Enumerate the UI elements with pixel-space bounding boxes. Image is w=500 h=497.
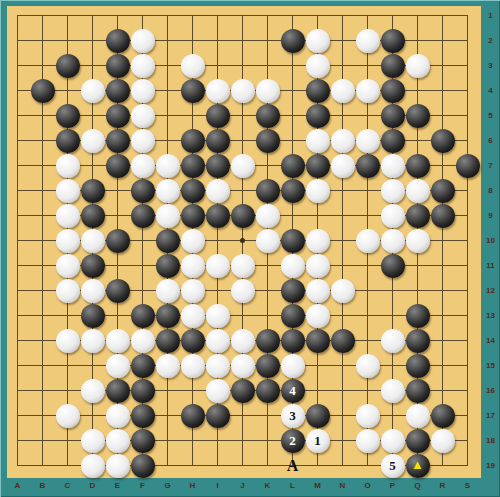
board-point[interactable] [5,78,30,103]
board-point[interactable] [180,428,205,453]
board-point[interactable] [55,253,80,278]
board-point[interactable] [430,253,455,278]
board-point[interactable] [405,278,430,303]
board-point[interactable] [255,228,280,253]
board-point[interactable] [130,353,155,378]
board-point[interactable] [455,328,480,353]
board-point[interactable] [455,3,480,28]
board-point[interactable] [230,153,255,178]
board-point[interactable] [455,153,480,178]
board-point[interactable] [30,253,55,278]
board-point[interactable] [80,128,105,153]
board-point[interactable] [80,3,105,28]
board-point[interactable] [230,303,255,328]
board-point[interactable] [380,403,405,428]
board-point[interactable] [380,78,405,103]
board-point[interactable] [455,303,480,328]
board-point[interactable] [305,253,330,278]
board-point[interactable] [430,453,455,478]
board-point[interactable] [5,378,30,403]
board-point[interactable] [30,453,55,478]
board-point[interactable] [130,278,155,303]
board-point[interactable]: ▲ [405,453,430,478]
board-point[interactable] [305,203,330,228]
board-point[interactable] [455,428,480,453]
board-point[interactable] [105,53,130,78]
board-point[interactable] [80,103,105,128]
board-point[interactable] [255,328,280,353]
board-point[interactable] [130,303,155,328]
board-point[interactable] [230,78,255,103]
board-point[interactable] [5,3,30,28]
board-point[interactable] [205,403,230,428]
board-point[interactable] [205,128,230,153]
board-point[interactable] [455,278,480,303]
board-point[interactable] [405,178,430,203]
board-point[interactable] [155,3,180,28]
board-point[interactable] [130,328,155,353]
board-point[interactable] [55,178,80,203]
board-point[interactable] [80,378,105,403]
board-point[interactable] [55,228,80,253]
board-point[interactable] [230,328,255,353]
board-point[interactable] [180,328,205,353]
board-point[interactable] [155,428,180,453]
board-point[interactable] [330,428,355,453]
board-point[interactable] [5,153,30,178]
board-point[interactable]: 3 [280,403,305,428]
board-point[interactable] [30,278,55,303]
board-point[interactable] [380,278,405,303]
board-point[interactable] [5,403,30,428]
board-point[interactable] [5,328,30,353]
board-point[interactable] [105,103,130,128]
board-point[interactable] [380,228,405,253]
board-point[interactable] [130,403,155,428]
board-point[interactable] [130,78,155,103]
board-point[interactable] [180,253,205,278]
board-point[interactable] [105,428,130,453]
board-point[interactable] [330,253,355,278]
board-point[interactable] [305,228,330,253]
board-point[interactable] [305,378,330,403]
board-point[interactable] [105,253,130,278]
board-point[interactable] [30,178,55,203]
board-point[interactable] [180,103,205,128]
board-point[interactable] [430,428,455,453]
board-point[interactable] [255,178,280,203]
board-point[interactable] [5,303,30,328]
board-point[interactable] [155,78,180,103]
board-point[interactable] [280,328,305,353]
board-point[interactable] [455,78,480,103]
board-point[interactable] [455,403,480,428]
board-point[interactable] [305,303,330,328]
board-point[interactable] [80,403,105,428]
board-point[interactable] [305,3,330,28]
board-point[interactable] [330,128,355,153]
board-point[interactable] [55,53,80,78]
board-point[interactable] [180,78,205,103]
board-point[interactable] [430,203,455,228]
board-point[interactable] [5,278,30,303]
board-point[interactable] [455,53,480,78]
board-point[interactable] [130,53,155,78]
board-point[interactable] [380,3,405,28]
board-point[interactable] [130,178,155,203]
board-point[interactable] [30,328,55,353]
board-point[interactable] [155,328,180,353]
board-point[interactable] [180,153,205,178]
board-point[interactable] [155,103,180,128]
board-point[interactable] [155,303,180,328]
board-point[interactable] [155,53,180,78]
board-point[interactable] [380,203,405,228]
board-point[interactable] [5,103,30,128]
board-point[interactable] [405,53,430,78]
board-point[interactable] [130,153,155,178]
board-point[interactable] [330,228,355,253]
board-point[interactable] [130,253,155,278]
board-point[interactable] [405,328,430,353]
board-point[interactable] [355,153,380,178]
board-point[interactable] [5,253,30,278]
board-point[interactable] [380,178,405,203]
board-point[interactable] [280,103,305,128]
board-point[interactable] [330,278,355,303]
board-point[interactable] [330,328,355,353]
board-point[interactable] [130,428,155,453]
board-point[interactable] [105,403,130,428]
board-point[interactable] [430,353,455,378]
board-point[interactable] [380,53,405,78]
board-point[interactable] [380,253,405,278]
board-point[interactable] [255,3,280,28]
board-point[interactable] [330,28,355,53]
board-point[interactable] [405,303,430,328]
board-point[interactable] [330,103,355,128]
board-point[interactable] [330,78,355,103]
board-point[interactable] [55,403,80,428]
board-point[interactable] [380,28,405,53]
board-point[interactable] [55,78,80,103]
board-point[interactable] [155,203,180,228]
board-point[interactable]: A [280,453,305,478]
board-point[interactable] [280,228,305,253]
board-point[interactable] [80,78,105,103]
board-point[interactable] [180,353,205,378]
board-point[interactable] [180,203,205,228]
board-point[interactable] [230,278,255,303]
board-point[interactable] [80,353,105,378]
board-point[interactable] [155,253,180,278]
board-point[interactable] [55,203,80,228]
board-point[interactable] [280,78,305,103]
board-point[interactable] [280,53,305,78]
board-point[interactable] [155,353,180,378]
board-point[interactable] [330,403,355,428]
board-point[interactable] [30,228,55,253]
board-point[interactable] [55,303,80,328]
board-point[interactable] [255,278,280,303]
board-point[interactable] [305,103,330,128]
board-point[interactable] [180,378,205,403]
board-point[interactable] [80,178,105,203]
board-point[interactable] [5,353,30,378]
board-point[interactable] [405,353,430,378]
board-point[interactable] [205,153,230,178]
board-point[interactable] [355,378,380,403]
board-point[interactable] [155,28,180,53]
board-point[interactable] [30,103,55,128]
board-point[interactable] [155,228,180,253]
board-point[interactable] [280,303,305,328]
board-point[interactable] [105,78,130,103]
board-point[interactable] [355,453,380,478]
board-point[interactable] [105,378,130,403]
board-point[interactable] [255,303,280,328]
board-point[interactable] [180,178,205,203]
board-point[interactable] [80,28,105,53]
board-point[interactable] [255,203,280,228]
board-point[interactable] [405,403,430,428]
board-point[interactable] [255,103,280,128]
board-point[interactable] [180,403,205,428]
board-point[interactable] [405,428,430,453]
board-point[interactable] [355,78,380,103]
board-point[interactable] [305,153,330,178]
board-point[interactable] [155,278,180,303]
board-point[interactable] [430,328,455,353]
board-point[interactable] [430,178,455,203]
board-point[interactable] [205,203,230,228]
board-point[interactable] [80,253,105,278]
board-point[interactable]: 1 [305,428,330,453]
board-point[interactable] [280,28,305,53]
board-point[interactable] [230,378,255,403]
board-point[interactable] [305,328,330,353]
board-point[interactable] [305,453,330,478]
board-point[interactable] [205,178,230,203]
board-point[interactable] [30,378,55,403]
board-point[interactable] [430,28,455,53]
board-point[interactable] [205,278,230,303]
board-point[interactable] [230,403,255,428]
board-point[interactable] [80,53,105,78]
board-point[interactable] [255,428,280,453]
board-point[interactable] [330,3,355,28]
board-point[interactable] [155,403,180,428]
board-point[interactable] [355,353,380,378]
board-point[interactable] [355,3,380,28]
board-point[interactable] [105,228,130,253]
board-point[interactable] [405,378,430,403]
board-point[interactable] [355,403,380,428]
board-point[interactable] [355,128,380,153]
board-point[interactable] [380,328,405,353]
board-point[interactable] [280,203,305,228]
board-point[interactable] [30,303,55,328]
board-point[interactable] [80,153,105,178]
board-point[interactable] [105,328,130,353]
board-point[interactable] [105,28,130,53]
board-point[interactable] [55,128,80,153]
board-point[interactable] [255,28,280,53]
board-point[interactable] [105,203,130,228]
board-point[interactable] [55,453,80,478]
board-point[interactable] [330,53,355,78]
board-point[interactable] [155,378,180,403]
board-point[interactable] [55,153,80,178]
board-point[interactable] [230,3,255,28]
board-point[interactable] [230,53,255,78]
board-point[interactable] [80,228,105,253]
board-point[interactable] [280,128,305,153]
board-point[interactable] [80,453,105,478]
board-point[interactable] [205,103,230,128]
board-point[interactable] [380,428,405,453]
board-point[interactable] [455,203,480,228]
board-point[interactable] [130,28,155,53]
board-point[interactable] [430,278,455,303]
board-point[interactable] [180,228,205,253]
board-point[interactable] [55,278,80,303]
board-point[interactable] [180,278,205,303]
board-point[interactable] [205,3,230,28]
board-point[interactable] [430,153,455,178]
board-point[interactable] [5,428,30,453]
board-point[interactable] [455,378,480,403]
board-point[interactable] [455,253,480,278]
board-point[interactable] [405,3,430,28]
board-point[interactable] [355,28,380,53]
board-point[interactable] [230,178,255,203]
board-point[interactable] [80,328,105,353]
board-point[interactable] [205,78,230,103]
board-point[interactable] [130,453,155,478]
board-point[interactable] [280,3,305,28]
board-point[interactable] [430,403,455,428]
board-point[interactable] [5,453,30,478]
board-point[interactable] [105,178,130,203]
board-point[interactable] [355,428,380,453]
board-point[interactable] [80,428,105,453]
board-point[interactable] [55,428,80,453]
board-point[interactable] [305,278,330,303]
board-point[interactable] [330,353,355,378]
board-point[interactable] [55,328,80,353]
board-point[interactable] [280,278,305,303]
board-point[interactable] [155,128,180,153]
board-point[interactable]: 4 [280,378,305,403]
board-point[interactable] [230,353,255,378]
board-point[interactable] [130,3,155,28]
board-point[interactable] [405,103,430,128]
board-point[interactable] [430,378,455,403]
board-point[interactable] [205,328,230,353]
board-point[interactable] [30,203,55,228]
board-point[interactable] [105,3,130,28]
board-point[interactable] [205,228,230,253]
board-point[interactable] [80,278,105,303]
board-point[interactable] [30,28,55,53]
board-point[interactable] [230,103,255,128]
board-point[interactable] [305,128,330,153]
board-point[interactable] [205,28,230,53]
board-point[interactable] [355,278,380,303]
board-point[interactable] [230,253,255,278]
board-point[interactable] [255,78,280,103]
board-point[interactable] [305,28,330,53]
board-point[interactable] [230,428,255,453]
board-point[interactable] [355,228,380,253]
board-point[interactable] [105,128,130,153]
board-point[interactable] [30,78,55,103]
board-point[interactable] [380,353,405,378]
board-point[interactable] [330,153,355,178]
board-point[interactable] [5,53,30,78]
board-point[interactable] [255,378,280,403]
board-point[interactable] [55,28,80,53]
board-point[interactable] [455,103,480,128]
board-point[interactable] [255,453,280,478]
board-point[interactable] [30,53,55,78]
board-point[interactable] [330,178,355,203]
board-point[interactable] [30,428,55,453]
board-point[interactable] [305,178,330,203]
board-point[interactable] [405,253,430,278]
board-point[interactable] [180,3,205,28]
board-point[interactable] [430,78,455,103]
board-point[interactable] [355,103,380,128]
board-point[interactable] [105,153,130,178]
board-point[interactable] [180,28,205,53]
board-point[interactable] [455,453,480,478]
board-point[interactable] [280,178,305,203]
board-point[interactable] [155,453,180,478]
board-point[interactable] [205,453,230,478]
board-point[interactable] [355,53,380,78]
board-point[interactable] [55,3,80,28]
board-point[interactable] [355,178,380,203]
board-point[interactable] [330,453,355,478]
board-point[interactable] [205,53,230,78]
board-point[interactable] [405,128,430,153]
board-point[interactable] [205,353,230,378]
board-point[interactable] [180,128,205,153]
board-point[interactable] [330,203,355,228]
board-point[interactable] [305,53,330,78]
board-point[interactable] [5,203,30,228]
board-point[interactable] [105,303,130,328]
board-point[interactable]: 2 [280,428,305,453]
board-point[interactable] [155,153,180,178]
board-point[interactable] [105,353,130,378]
board-point[interactable] [380,303,405,328]
board-point[interactable] [5,128,30,153]
board-point[interactable] [130,128,155,153]
board-point[interactable] [280,153,305,178]
board-point[interactable] [355,303,380,328]
board-point[interactable] [430,53,455,78]
board-point[interactable] [30,128,55,153]
board-point[interactable] [255,253,280,278]
board-point[interactable] [105,278,130,303]
board-point[interactable] [30,403,55,428]
board-point[interactable] [455,228,480,253]
board-point[interactable] [130,378,155,403]
board-point[interactable] [230,28,255,53]
